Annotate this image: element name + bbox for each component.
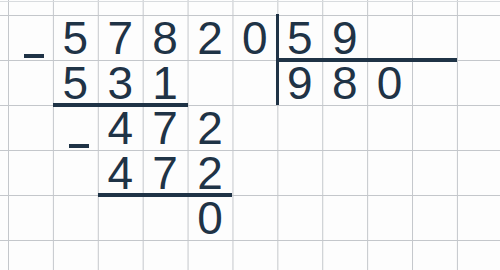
digit-difference-1-r3c5: 2 [188, 105, 233, 150]
digit-quotient-r2c8: 8 [322, 60, 367, 105]
digit-difference-1-r3c3: 4 [98, 105, 143, 150]
digit-remainder-r5c5: 0 [188, 195, 233, 240]
digit-divisor-r1c8: 9 [322, 15, 367, 60]
digit-subtrahend-1-r2c4: 1 [143, 60, 188, 105]
digit-subtrahend-2-r4c5: 2 [188, 150, 233, 195]
digit-quotient-r2c7: 9 [277, 60, 322, 105]
digit-divisor-r1c7: 5 [277, 15, 322, 60]
digit-difference-1-r3c4: 7 [143, 105, 188, 150]
digit-subtrahend-1-r2c2: 5 [53, 60, 98, 105]
paper-top-edge-line [0, 1, 500, 2]
digit-dividend-r1c4: 8 [143, 15, 188, 60]
digit-dividend-r1c3: 7 [98, 15, 143, 60]
digit-subtrahend-2-r4c3: 4 [98, 150, 143, 195]
long-division-grid: 57820595319804724720 [8, 15, 500, 240]
digit-subtrahend-1-r2c3: 3 [98, 60, 143, 105]
digit-dividend-r1c2: 5 [53, 15, 98, 60]
digit-dividend-r1c6: 0 [232, 15, 277, 60]
squared-paper: 57820595319804724720 [0, 0, 500, 270]
digit-subtrahend-2-r4c4: 7 [143, 150, 188, 195]
digit-dividend-r1c5: 2 [188, 15, 233, 60]
digit-quotient-r2c9: 0 [367, 60, 412, 105]
